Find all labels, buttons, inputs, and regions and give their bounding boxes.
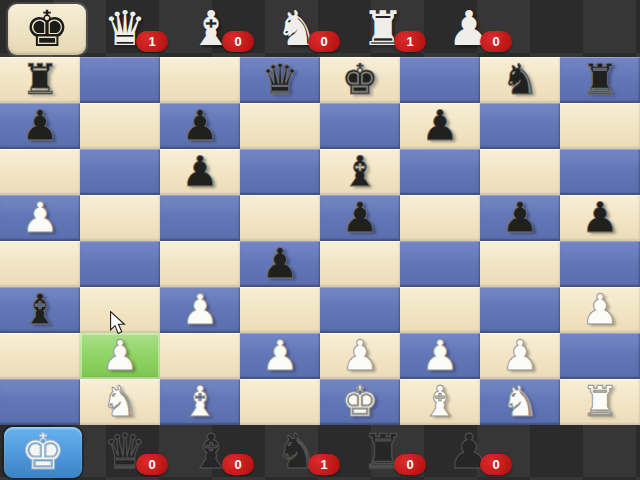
piece-white-pawn: ♟ xyxy=(21,195,59,241)
square-f1[interactable]: ♝ xyxy=(400,379,480,425)
piece-white-knight: ♞ xyxy=(501,379,539,425)
square-c7[interactable]: ♟ xyxy=(160,103,240,149)
captured-white-rook-indicator: ♜1 xyxy=(340,0,426,57)
piece-black-pawn: ♟ xyxy=(181,149,219,195)
square-f5[interactable] xyxy=(400,195,480,241)
piece-black-pawn: ♟ xyxy=(421,103,459,149)
piece-white-pawn: ♟ xyxy=(101,333,139,379)
square-h1[interactable]: ♜ xyxy=(560,379,640,425)
piece-white-pawn: ♟ xyxy=(261,333,299,379)
piece-black-pawn: ♟ xyxy=(261,241,299,287)
capture-count-badge: 1 xyxy=(308,454,340,475)
square-f8[interactable] xyxy=(400,57,480,103)
square-c2[interactable] xyxy=(160,333,240,379)
square-f7[interactable]: ♟ xyxy=(400,103,480,149)
piece-white-pawn: ♟ xyxy=(181,287,219,333)
piece-white-rook: ♜ xyxy=(581,379,619,425)
capture-count-badge: 0 xyxy=(480,454,512,475)
captured-black-pawn-indicator: ♟0 xyxy=(426,423,512,480)
square-d3[interactable] xyxy=(240,287,320,333)
capture-count-badge: 1 xyxy=(136,31,168,52)
square-a3[interactable]: ♝ xyxy=(0,287,80,333)
square-d4[interactable]: ♟ xyxy=(240,241,320,287)
capture-count-badge: 0 xyxy=(480,31,512,52)
square-e4[interactable] xyxy=(320,241,400,287)
square-h2[interactable] xyxy=(560,333,640,379)
black-player-avatar: ♚ xyxy=(8,4,86,55)
square-g6[interactable] xyxy=(480,149,560,195)
captured-white-pawn-indicator: ♟0 xyxy=(426,0,512,57)
square-g7[interactable] xyxy=(480,103,560,149)
square-e6[interactable]: ♝ xyxy=(320,149,400,195)
square-a6[interactable] xyxy=(0,149,80,195)
square-e8[interactable]: ♚ xyxy=(320,57,400,103)
piece-white-bishop: ♝ xyxy=(181,379,219,425)
captured-black-pieces-tray: ♛0♝0♞1♜0♟0 xyxy=(82,423,512,480)
square-a7[interactable]: ♟ xyxy=(0,103,80,149)
square-h3[interactable]: ♟ xyxy=(560,287,640,333)
square-c5[interactable] xyxy=(160,195,240,241)
capture-count-badge: 0 xyxy=(308,31,340,52)
square-c1[interactable]: ♝ xyxy=(160,379,240,425)
square-a2[interactable] xyxy=(0,333,80,379)
piece-white-pawn: ♟ xyxy=(501,333,539,379)
square-c6[interactable]: ♟ xyxy=(160,149,240,195)
piece-black-bishop: ♝ xyxy=(341,149,379,195)
square-h6[interactable] xyxy=(560,149,640,195)
square-d1[interactable] xyxy=(240,379,320,425)
white-player-avatar: ♚ xyxy=(4,427,82,478)
square-d8[interactable]: ♛ xyxy=(240,57,320,103)
square-g8[interactable]: ♞ xyxy=(480,57,560,103)
square-h8[interactable]: ♜ xyxy=(560,57,640,103)
captured-white-pieces-tray: ♛1♝0♞0♜1♟0 xyxy=(82,0,512,57)
square-d2[interactable]: ♟ xyxy=(240,333,320,379)
square-f4[interactable] xyxy=(400,241,480,287)
piece-white-pawn: ♟ xyxy=(341,333,379,379)
piece-black-pawn: ♟ xyxy=(341,195,379,241)
square-f6[interactable] xyxy=(400,149,480,195)
captured-white-knight-indicator: ♞0 xyxy=(254,0,340,57)
piece-black-king: ♚ xyxy=(341,57,379,103)
piece-black-rook: ♜ xyxy=(581,57,619,103)
square-h5[interactable]: ♟ xyxy=(560,195,640,241)
capture-count-badge: 0 xyxy=(394,454,426,475)
square-d5[interactable] xyxy=(240,195,320,241)
piece-black-pawn: ♟ xyxy=(21,103,59,149)
captured-black-rook-indicator: ♜0 xyxy=(340,423,426,480)
piece-black-bishop: ♝ xyxy=(21,287,59,333)
square-b2[interactable]: ♟ xyxy=(80,333,160,379)
piece-white-bishop: ♝ xyxy=(421,379,459,425)
square-g4[interactable] xyxy=(480,241,560,287)
square-f3[interactable] xyxy=(400,287,480,333)
square-d6[interactable] xyxy=(240,149,320,195)
square-a4[interactable] xyxy=(0,241,80,287)
capture-count-badge: 0 xyxy=(222,454,254,475)
piece-white-king: ♚ xyxy=(341,379,379,425)
square-e5[interactable]: ♟ xyxy=(320,195,400,241)
square-c4[interactable] xyxy=(160,241,240,287)
square-a8[interactable]: ♜ xyxy=(0,57,80,103)
square-g3[interactable] xyxy=(480,287,560,333)
capture-count-badge: 0 xyxy=(136,454,168,475)
piece-black-pawn: ♟ xyxy=(501,195,539,241)
piece-black-knight: ♞ xyxy=(501,57,539,103)
square-f2[interactable]: ♟ xyxy=(400,333,480,379)
square-b7[interactable] xyxy=(80,103,160,149)
square-c3[interactable]: ♟ xyxy=(160,287,240,333)
square-e3[interactable] xyxy=(320,287,400,333)
square-e2[interactable]: ♟ xyxy=(320,333,400,379)
square-b5[interactable] xyxy=(80,195,160,241)
piece-black-queen: ♛ xyxy=(261,57,299,103)
square-a1[interactable] xyxy=(0,379,80,425)
square-c8[interactable] xyxy=(160,57,240,103)
piece-black-rook: ♜ xyxy=(21,57,59,103)
captured-black-knight-indicator: ♞1 xyxy=(254,423,340,480)
square-b8[interactable] xyxy=(80,57,160,103)
square-g1[interactable]: ♞ xyxy=(480,379,560,425)
captured-black-bishop-indicator: ♝0 xyxy=(168,423,254,480)
square-b6[interactable] xyxy=(80,149,160,195)
capture-count-badge: 0 xyxy=(222,31,254,52)
captured-white-queen-indicator: ♛1 xyxy=(82,0,168,57)
square-e7[interactable] xyxy=(320,103,400,149)
square-g2[interactable]: ♟ xyxy=(480,333,560,379)
piece-white-pawn: ♟ xyxy=(581,287,619,333)
square-b1[interactable]: ♞ xyxy=(80,379,160,425)
square-e1[interactable]: ♚ xyxy=(320,379,400,425)
captured-white-bishop-indicator: ♝0 xyxy=(168,0,254,57)
captured-black-queen-indicator: ♛0 xyxy=(82,423,168,480)
square-d7[interactable] xyxy=(240,103,320,149)
square-a5[interactable]: ♟ xyxy=(0,195,80,241)
piece-black-pawn: ♟ xyxy=(181,103,219,149)
square-g5[interactable]: ♟ xyxy=(480,195,560,241)
capture-count-badge: 1 xyxy=(394,31,426,52)
square-h4[interactable] xyxy=(560,241,640,287)
square-h7[interactable] xyxy=(560,103,640,149)
piece-white-knight: ♞ xyxy=(101,379,139,425)
mouse-cursor xyxy=(107,311,129,339)
piece-black-pawn: ♟ xyxy=(581,195,619,241)
piece-white-pawn: ♟ xyxy=(421,333,459,379)
square-b4[interactable] xyxy=(80,241,160,287)
chess-board: ♜♛♚♞♜♟♟♟♟♝♟♟♟♟♟♝♟♟♟♟♟♟♟♞♝♚♝♞♜ xyxy=(0,57,640,425)
